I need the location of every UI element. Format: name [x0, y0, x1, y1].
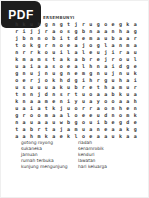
grid-cell: l — [132, 56, 139, 63]
grid-cell: u — [124, 70, 131, 77]
grid-cell: g — [132, 126, 139, 133]
grid-cell: r — [28, 49, 35, 56]
grid-cell: a — [72, 56, 79, 63]
grid-cell: b — [80, 56, 87, 63]
grid-cell: r — [28, 77, 35, 84]
word-list-right: riadahsenamrobikkendurilawatanhari kelua… — [78, 140, 107, 170]
grid-cell: j — [109, 70, 116, 77]
grid-cell: k — [35, 49, 42, 56]
grid-cell: s — [50, 63, 57, 70]
grid-cell: r — [65, 91, 72, 98]
grid-cell: u — [132, 49, 139, 56]
grid-cell: u — [124, 84, 131, 91]
grid-cell: h — [102, 84, 109, 91]
grid-cell: a — [20, 105, 27, 112]
grid-cell: o — [109, 98, 116, 105]
grid-cell: t — [43, 105, 50, 112]
grid-cell: m — [124, 42, 131, 49]
grid-cell: u — [80, 98, 87, 105]
grid-cell: b — [65, 119, 72, 126]
grid-cell: u — [65, 84, 72, 91]
grid-cell: n — [132, 105, 139, 112]
grid-cell: g — [35, 42, 42, 49]
grid-cell: g — [72, 28, 79, 35]
grid-cell: b — [80, 28, 87, 35]
grid-cell: o — [57, 28, 64, 35]
grid-cell: j — [57, 105, 64, 112]
grid-cell: j — [35, 77, 42, 84]
grid-cell: n — [95, 63, 102, 70]
grid-cell: s — [57, 91, 64, 98]
grid-cell: n — [43, 70, 50, 77]
grid-cell: o — [43, 77, 50, 84]
grid-cell: n — [109, 105, 116, 112]
grid-cell: h — [87, 77, 94, 84]
grid-cell: j — [57, 126, 64, 133]
grid-cell: r — [35, 126, 42, 133]
grid-cell: j — [35, 91, 42, 98]
grid-cell: m — [43, 112, 50, 119]
grid-cell: j — [102, 56, 109, 63]
grid-cell: a — [95, 91, 102, 98]
grid-cell: a — [95, 28, 102, 35]
pdf-badge-label: PDF — [8, 8, 34, 22]
grid-cell: i — [57, 35, 64, 42]
grid-cell: u — [95, 49, 102, 56]
grid-cell: a — [50, 133, 57, 140]
grid-cell: h — [28, 133, 35, 140]
grid-cell: d — [43, 91, 50, 98]
grid-cell: a — [124, 49, 131, 56]
grid-cell: j — [102, 49, 109, 56]
grid-cell: o — [87, 42, 94, 49]
grid-cell: n — [65, 70, 72, 77]
grid-cell: a — [43, 119, 50, 126]
grid-cell: k — [65, 56, 72, 63]
grid-cell: a — [124, 35, 131, 42]
grid-cell: y — [95, 98, 102, 105]
grid-cell: a — [57, 112, 64, 119]
grid-cell: r — [80, 84, 87, 91]
grid-cell: g — [117, 21, 124, 28]
grid-cell: o — [117, 112, 124, 119]
grid-cell: e — [132, 119, 139, 126]
grid-cell: t — [13, 126, 20, 133]
grid-cell: n — [50, 21, 57, 28]
grid-cell: u — [87, 119, 94, 126]
grid-cell: m — [117, 84, 124, 91]
grid-cell: r — [80, 21, 87, 28]
grid-cell: n — [109, 28, 116, 35]
grid-cell: r — [43, 28, 50, 35]
grid-cell: e — [102, 126, 109, 133]
grid-cell: a — [57, 56, 64, 63]
grid-cell: o — [102, 21, 109, 28]
grid-cell: t — [13, 91, 20, 98]
grid-cell: u — [109, 133, 116, 140]
grid-cell: k — [57, 84, 64, 91]
grid-cell: r — [117, 49, 124, 56]
grid-cell: a — [132, 42, 139, 49]
grid-cell: n — [28, 91, 35, 98]
grid-cell: u — [28, 84, 35, 91]
grid-cell: n — [95, 126, 102, 133]
grid-cell: u — [65, 105, 72, 112]
grid-cell: a — [28, 98, 35, 105]
grid-cell: a — [95, 133, 102, 140]
puzzle-title: ERSEMBUNYI — [43, 15, 74, 20]
grid-cell: r — [13, 28, 20, 35]
grid-cell: u — [50, 119, 57, 126]
grid-cell: n — [57, 98, 64, 105]
grid-cell: a — [109, 42, 116, 49]
grid-cell: m — [35, 56, 42, 63]
grid-cell: j — [80, 42, 87, 49]
grid-cell: h — [87, 63, 94, 70]
grid-cell: a — [124, 77, 131, 84]
grid-cell: u — [80, 91, 87, 98]
grid-cell: m — [72, 126, 79, 133]
grid-cell: k — [65, 133, 72, 140]
grid-cell: h — [35, 21, 42, 28]
grid-cell: t — [65, 35, 72, 42]
grid-cell: g — [43, 21, 50, 28]
grid-cell: e — [87, 112, 94, 119]
grid-cell: u — [50, 49, 57, 56]
grid-cell: w — [57, 119, 64, 126]
grid-cell: a — [109, 84, 116, 91]
grid-cell: h — [132, 98, 139, 105]
grid-cell: l — [65, 112, 72, 119]
grid-cell: n — [13, 49, 20, 56]
grid-cell: u — [124, 56, 131, 63]
grid-cell: s — [65, 28, 72, 35]
grid-cell: n — [117, 70, 124, 77]
grid-cell: a — [102, 28, 109, 35]
grid-cell: o — [102, 105, 109, 112]
grid-cell: m — [124, 112, 131, 119]
grid-cell: k — [20, 21, 27, 28]
grid-cell: e — [65, 42, 72, 49]
grid-cell: a — [117, 98, 124, 105]
grid-cell: e — [57, 133, 64, 140]
grid-cell: e — [124, 105, 131, 112]
grid-cell: o — [87, 91, 94, 98]
grid-cell: k — [132, 112, 139, 119]
grid-cell: g — [95, 42, 102, 49]
grid-cell: a — [72, 63, 79, 70]
grid-cell: a — [20, 63, 27, 70]
grid-cell: a — [50, 112, 57, 119]
grid-cell: g — [13, 112, 20, 119]
grid-cell: a — [124, 133, 131, 140]
grid-cell: b — [20, 35, 27, 42]
grid-cell: n — [20, 70, 27, 77]
grid-cell: t — [72, 91, 79, 98]
grid-cell: b — [109, 35, 116, 42]
grid-cell: i — [28, 63, 35, 70]
grid-cell: l — [80, 49, 87, 56]
grid-cell: a — [35, 119, 42, 126]
grid-cell: a — [20, 126, 27, 133]
grid-cell: r — [132, 35, 139, 42]
grid-cell: n — [50, 91, 57, 98]
grid-cell: h — [13, 21, 20, 28]
grid-cell: a — [117, 35, 124, 42]
grid-cell: g — [72, 119, 79, 126]
grid-cell: n — [35, 35, 42, 42]
grid-cell: k — [13, 98, 20, 105]
grid-cell: n — [20, 98, 27, 105]
grid-cell: g — [124, 63, 131, 70]
grid-cell: u — [80, 126, 87, 133]
grid-cell: n — [87, 28, 94, 35]
grid-cell: h — [117, 105, 124, 112]
grid-cell: d — [102, 112, 109, 119]
grid-cell: o — [57, 42, 64, 49]
grid-cell: e — [95, 56, 102, 63]
grid-cell: o — [13, 77, 20, 84]
grid-cell: a — [132, 133, 139, 140]
grid-cell: n — [13, 119, 20, 126]
grid-cell: o — [57, 63, 64, 70]
grid-cell: d — [124, 119, 131, 126]
grid-cell: g — [13, 70, 20, 77]
grid-cell: a — [72, 49, 79, 56]
grid-cell: j — [72, 21, 79, 28]
grid-cell: k — [124, 126, 131, 133]
grid-cell: d — [72, 35, 79, 42]
grid-cell: e — [87, 84, 94, 91]
grid-cell: a — [87, 98, 94, 105]
grid-cell: e — [65, 63, 72, 70]
grid-cell: r — [20, 49, 27, 56]
grid-cell: i — [20, 28, 27, 35]
grid-cell: u — [124, 91, 131, 98]
grid-cell: u — [35, 84, 42, 91]
grid-cell: u — [109, 77, 116, 84]
grid-cell: e — [80, 35, 87, 42]
grid-cell: r — [20, 112, 27, 119]
grid-cell: n — [20, 91, 27, 98]
grid-cell: r — [109, 56, 116, 63]
grid-cell: n — [117, 42, 124, 49]
grid-cell: s — [20, 84, 27, 91]
word-list-item: hari keluarga — [78, 164, 107, 170]
grid-cell: r — [87, 105, 94, 112]
grid-cell: g — [95, 21, 102, 28]
grid-cell: r — [87, 56, 94, 63]
grid-cell: a — [72, 42, 79, 49]
grid-cell: m — [43, 98, 50, 105]
grid-cell: o — [80, 133, 87, 140]
grid-cell: t — [65, 21, 72, 28]
grid-cell: h — [117, 77, 124, 84]
grid-cell: u — [43, 84, 50, 91]
grid-cell: b — [109, 91, 116, 98]
grid-cell: a — [102, 133, 109, 140]
grid-cell: a — [50, 84, 57, 91]
grid-cell: j — [13, 35, 20, 42]
grid-cell: i — [65, 98, 72, 105]
grid-cell: k — [132, 70, 139, 77]
grid-cell: g — [57, 70, 64, 77]
grid-cell: u — [28, 21, 35, 28]
grid-cell: u — [95, 112, 102, 119]
grid-cell: o — [20, 42, 27, 49]
grid-cell: e — [80, 112, 87, 119]
grid-cell: a — [132, 91, 139, 98]
grid-cell: r — [80, 105, 87, 112]
grid-cell: m — [35, 133, 42, 140]
grid-cell: k — [117, 133, 124, 140]
pdf-page: PDF ERSEMBUNYI hkuhgngtjrugoegkarijjraos… — [0, 0, 149, 198]
grid-cell: u — [102, 70, 109, 77]
grid-cell: l — [65, 49, 72, 56]
grid-cell: s — [43, 56, 50, 63]
grid-cell: u — [102, 35, 109, 42]
grid-cell: l — [72, 133, 79, 140]
grid-cell: n — [109, 112, 116, 119]
grid-cell: e — [72, 70, 79, 77]
grid-cell: d — [117, 63, 124, 70]
grid-cell: l — [102, 42, 109, 49]
grid-cell: d — [65, 77, 72, 84]
grid-cell: i — [109, 63, 116, 70]
grid-cell: n — [95, 70, 102, 77]
grid-cell: o — [102, 98, 109, 105]
grid-cell: u — [13, 63, 20, 70]
grid-cell: a — [132, 21, 139, 28]
grid-cell: e — [87, 49, 94, 56]
grid-cell: a — [109, 126, 116, 133]
grid-cell: j — [28, 28, 35, 35]
grid-cell: m — [20, 56, 27, 63]
grid-cell: r — [43, 42, 50, 49]
grid-cell: g — [102, 77, 109, 84]
grid-cell: i — [28, 105, 35, 112]
grid-cell: u — [28, 70, 35, 77]
grid-cell: o — [117, 56, 124, 63]
grid-cell: o — [28, 112, 35, 119]
grid-cell: k — [50, 77, 57, 84]
grid-cell: i — [80, 77, 87, 84]
grid-cell: o — [35, 112, 42, 119]
grid-cell: a — [20, 133, 27, 140]
grid-cell: a — [28, 56, 35, 63]
word-list-item: kunjung mengunjung — [21, 164, 68, 170]
grid-cell: m — [80, 70, 87, 77]
grid-cell: a — [35, 98, 42, 105]
grid-cell: a — [50, 126, 57, 133]
grid-cell: i — [132, 77, 139, 84]
grid-cell: k — [50, 105, 57, 112]
grid-cell: k — [13, 56, 20, 63]
grid-cell: a — [124, 98, 131, 105]
grid-cell: g — [72, 77, 79, 84]
grid-cell: t — [95, 84, 102, 91]
grid-cell: a — [65, 126, 72, 133]
grid-cell: t — [43, 126, 50, 133]
grid-cell: e — [132, 63, 139, 70]
grid-cell: k — [43, 133, 50, 140]
grid-cell: u — [13, 105, 20, 112]
grid-cell: k — [28, 42, 35, 49]
grid-cell: a — [20, 119, 27, 126]
grid-cell: a — [117, 126, 124, 133]
grid-cell: a — [35, 105, 42, 112]
grid-cell: e — [20, 77, 27, 84]
grid-cell: o — [72, 105, 79, 112]
grid-cell: b — [72, 84, 79, 91]
grid-cell: a — [102, 63, 109, 70]
grid-cell: a — [87, 126, 94, 133]
grid-cell: t — [50, 56, 57, 63]
grid-cell: u — [13, 84, 20, 91]
grid-cell: t — [13, 42, 20, 49]
grid-cell: g — [57, 21, 64, 28]
grid-cell: a — [124, 28, 131, 35]
grid-cell: g — [117, 119, 124, 126]
grid-cell: e — [109, 21, 116, 28]
grid-cell: h — [117, 28, 124, 35]
grid-cell: a — [95, 105, 102, 112]
grid-cell: b — [50, 35, 57, 42]
grid-cell: e — [87, 133, 94, 140]
grid-cell: g — [132, 28, 139, 35]
grid-cell: o — [43, 35, 50, 42]
grid-cell: b — [28, 126, 35, 133]
grid-cell: k — [124, 21, 131, 28]
grid-cell: u — [28, 119, 35, 126]
grid-cell: n — [50, 42, 57, 49]
grid-cell: a — [35, 63, 42, 70]
grid-cell: u — [50, 70, 57, 77]
grid-cell: i — [57, 49, 64, 56]
word-list-left: gotong royongsukanekajamuanrumah terbuka… — [21, 140, 68, 170]
grid-cell: r — [95, 77, 102, 84]
grid-cell: a — [95, 35, 102, 42]
grid-cell: l — [80, 63, 87, 70]
grid-cell: k — [117, 91, 124, 98]
grid-cell: y — [72, 98, 79, 105]
grid-cell: n — [28, 35, 35, 42]
grid-cell: r — [132, 84, 139, 91]
grid-cell: b — [102, 119, 109, 126]
grid-cell: g — [87, 70, 94, 77]
grid-cell: a — [43, 63, 50, 70]
grid-cell: e — [109, 119, 116, 126]
grid-cell: i — [95, 119, 102, 126]
grid-cell: a — [13, 133, 20, 140]
grid-cell: i — [109, 49, 116, 56]
word-search-grid: hkuhgngtjrugoegkarijjraosgbnaanhagjbnnob… — [13, 21, 139, 140]
grid-cell: a — [50, 28, 57, 35]
grid-cell: u — [87, 21, 94, 28]
grid-cell: m — [87, 35, 94, 42]
grid-cell: h — [57, 77, 64, 84]
grid-cell: o — [43, 49, 50, 56]
grid-cell: e — [50, 98, 57, 105]
grid-cell: o — [80, 119, 87, 126]
grid-cell: a — [102, 91, 109, 98]
grid-cell: j — [35, 70, 42, 77]
grid-cell: j — [35, 28, 42, 35]
grid-cell: o — [72, 112, 79, 119]
